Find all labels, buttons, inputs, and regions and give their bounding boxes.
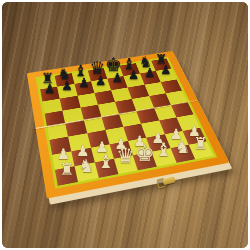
clasp-plate-icon bbox=[162, 176, 175, 185]
wooden-table: ♜♞♝♛♚♝♞♜♟♟♟♟♟♟♟♟♟♟♟♟♟♟♟♟♜♞♝♛♚♝♞♜ bbox=[2, 2, 248, 248]
product-photo: ♜♞♝♛♚♝♞♜♟♟♟♟♟♟♟♟♟♟♟♟♟♟♟♟♜♞♝♛♚♝♞♜ bbox=[2, 2, 248, 248]
